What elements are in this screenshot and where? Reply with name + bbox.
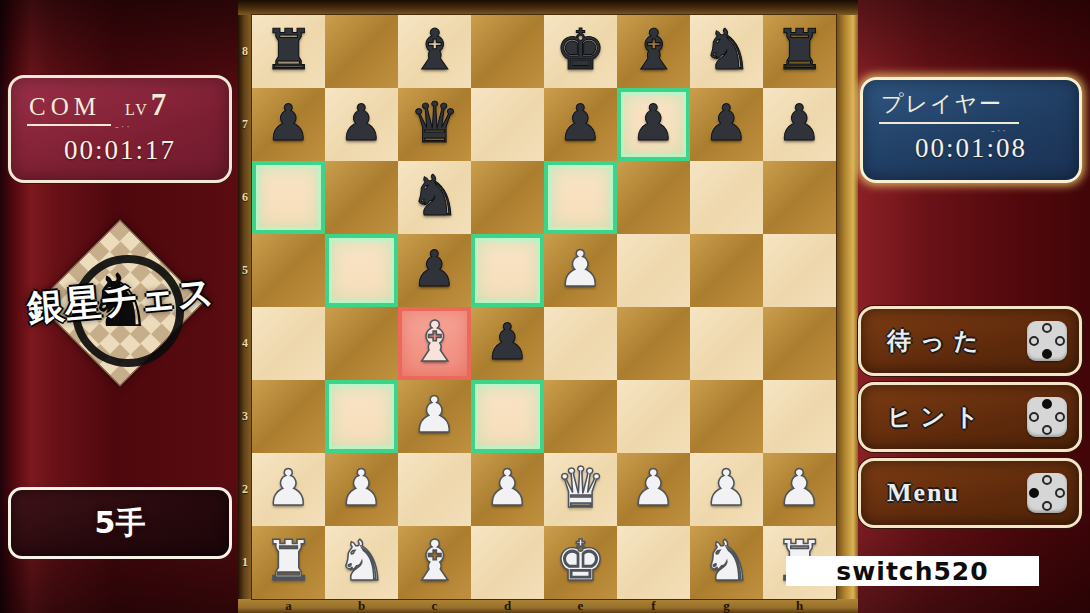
player-clock-panel: プレイヤー -·· 00:01:08 — [860, 77, 1082, 183]
rank-label-2: 2 — [238, 453, 252, 526]
square-a1[interactable]: ♜ — [252, 526, 325, 599]
hint-button-label: ヒント — [887, 401, 1027, 433]
square-a6[interactable] — [252, 161, 325, 234]
square-f4[interactable] — [617, 307, 690, 380]
square-e1[interactable]: ♚ — [544, 526, 617, 599]
square-c4[interactable]: ♝ — [398, 307, 471, 380]
piece-white-pawn: ♟ — [412, 390, 457, 440]
piece-black-bishop: ♝ — [409, 22, 459, 78]
square-h7[interactable]: ♟ — [763, 88, 836, 161]
piece-white-pawn: ♟ — [339, 463, 384, 513]
square-e2[interactable]: ♛ — [544, 453, 617, 526]
file-label-c: c — [398, 598, 471, 613]
square-c5[interactable]: ♟ — [398, 234, 471, 307]
square-d1[interactable] — [471, 526, 544, 599]
piece-black-pawn: ♟ — [631, 98, 676, 148]
square-f1[interactable] — [617, 526, 690, 599]
piece-black-bishop: ♝ — [628, 22, 678, 78]
square-b1[interactable]: ♞ — [325, 526, 398, 599]
board-grid[interactable]: ♜♝♚♝♞♜♟♟♛♟♟♟♟♞♟♟♝♟♟♟♟♟♛♟♟♟♜♞♝♚♞♜ — [252, 15, 836, 599]
menu-button-label: Menu — [887, 478, 1027, 508]
piece-white-pawn: ♟ — [777, 463, 822, 513]
file-labels: abcdefgh — [252, 598, 836, 613]
piece-white-pawn: ♟ — [266, 463, 311, 513]
square-d7[interactable] — [471, 88, 544, 161]
player-name: プレイヤー — [879, 89, 1019, 124]
piece-black-king: ♚ — [555, 22, 605, 78]
square-d3[interactable] — [471, 380, 544, 453]
piece-white-king: ♚ — [555, 533, 605, 589]
square-f8[interactable]: ♝ — [617, 15, 690, 88]
square-g3[interactable] — [690, 380, 763, 453]
file-label-d: d — [471, 598, 544, 613]
square-a4[interactable] — [252, 307, 325, 380]
square-a8[interactable]: ♜ — [252, 15, 325, 88]
piece-white-bishop: ♝ — [409, 533, 459, 589]
square-h8[interactable]: ♜ — [763, 15, 836, 88]
menu-button[interactable]: Menu — [858, 458, 1082, 528]
com-time: 00:01:17 — [27, 135, 213, 166]
com-clock-panel: COM LV 7 -·· 00:01:17 — [8, 75, 232, 183]
com-name: COM — [27, 93, 111, 126]
logo-title: 銀星チェス — [4, 266, 237, 336]
rank-label-8: 8 — [238, 15, 252, 88]
square-e8[interactable]: ♚ — [544, 15, 617, 88]
square-c2[interactable] — [398, 453, 471, 526]
piece-white-pawn: ♟ — [704, 463, 749, 513]
hint-button[interactable]: ヒント — [858, 382, 1082, 452]
square-h5[interactable] — [763, 234, 836, 307]
square-d6[interactable] — [471, 161, 544, 234]
square-c3[interactable]: ♟ — [398, 380, 471, 453]
square-h4[interactable] — [763, 307, 836, 380]
piece-white-pawn: ♟ — [558, 244, 603, 294]
rank-label-4: 4 — [238, 307, 252, 380]
square-c8[interactable]: ♝ — [398, 15, 471, 88]
piece-white-pawn: ♟ — [485, 463, 530, 513]
square-a3[interactable] — [252, 380, 325, 453]
square-e3[interactable] — [544, 380, 617, 453]
piece-black-pawn: ♟ — [558, 98, 603, 148]
square-g2[interactable]: ♟ — [690, 453, 763, 526]
com-underline-marks: -·· — [115, 120, 132, 132]
square-b8[interactable] — [325, 15, 398, 88]
move-counter-text: 5手 — [95, 503, 146, 544]
piece-white-rook: ♜ — [263, 533, 313, 589]
piece-white-pawn: ♟ — [631, 463, 676, 513]
square-d4[interactable]: ♟ — [471, 307, 544, 380]
square-a7[interactable]: ♟ — [252, 88, 325, 161]
square-e4[interactable] — [544, 307, 617, 380]
square-f7[interactable]: ♟ — [617, 88, 690, 161]
board-frame-top — [238, 0, 858, 15]
square-d5[interactable] — [471, 234, 544, 307]
square-g7[interactable]: ♟ — [690, 88, 763, 161]
square-e6[interactable] — [544, 161, 617, 234]
square-c1[interactable]: ♝ — [398, 526, 471, 599]
square-g5[interactable] — [690, 234, 763, 307]
square-d8[interactable] — [471, 15, 544, 88]
rank-label-3: 3 — [238, 380, 252, 453]
piece-black-knight: ♞ — [701, 22, 751, 78]
board-frame-right — [836, 0, 858, 613]
y-button-icon — [1027, 473, 1067, 513]
file-label-e: e — [544, 598, 617, 613]
game-screen: 87654321 abcdefgh ♜♝♚♝♞♜♟♟♛♟♟♟♟♞♟♟♝♟♟♟♟♟… — [0, 0, 1090, 613]
file-label-h: h — [763, 598, 836, 613]
piece-white-bishop: ♝ — [409, 314, 459, 370]
watermark-text: switch520 — [836, 557, 988, 586]
square-b3[interactable] — [325, 380, 398, 453]
square-a5[interactable] — [252, 234, 325, 307]
player-underline-marks: -·· — [991, 124, 1008, 136]
piece-white-knight: ♞ — [701, 533, 751, 589]
square-f2[interactable]: ♟ — [617, 453, 690, 526]
takeback-button[interactable]: 待った — [858, 306, 1082, 376]
square-b7[interactable]: ♟ — [325, 88, 398, 161]
com-level-label: LV — [125, 101, 149, 119]
piece-black-pawn: ♟ — [704, 98, 749, 148]
square-f6[interactable] — [617, 161, 690, 234]
rank-labels: 87654321 — [238, 15, 252, 599]
file-label-g: g — [690, 598, 763, 613]
rank-label-5: 5 — [238, 234, 252, 307]
piece-black-pawn: ♟ — [777, 98, 822, 148]
square-f5[interactable] — [617, 234, 690, 307]
com-level-value: 7 — [151, 87, 167, 123]
square-g4[interactable] — [690, 307, 763, 380]
square-g8[interactable]: ♞ — [690, 15, 763, 88]
takeback-button-label: 待った — [887, 325, 1027, 357]
game-logo: ♞ 銀星チェス — [10, 218, 230, 388]
rank-label-1: 1 — [238, 526, 252, 599]
square-g6[interactable] — [690, 161, 763, 234]
piece-black-knight: ♞ — [409, 168, 459, 224]
piece-black-pawn: ♟ — [339, 98, 384, 148]
piece-black-rook: ♜ — [263, 22, 313, 78]
piece-black-pawn: ♟ — [485, 317, 530, 367]
square-c7[interactable]: ♛ — [398, 88, 471, 161]
square-h3[interactable] — [763, 380, 836, 453]
file-label-a: a — [252, 598, 325, 613]
square-e7[interactable]: ♟ — [544, 88, 617, 161]
piece-black-queen: ♛ — [409, 95, 459, 151]
piece-white-queen: ♛ — [555, 460, 605, 516]
player-time: 00:01:08 — [879, 133, 1063, 164]
square-b2[interactable]: ♟ — [325, 453, 398, 526]
square-c6[interactable]: ♞ — [398, 161, 471, 234]
b-button-icon — [1027, 321, 1067, 361]
square-h6[interactable] — [763, 161, 836, 234]
square-h2[interactable]: ♟ — [763, 453, 836, 526]
square-g1[interactable]: ♞ — [690, 526, 763, 599]
square-b6[interactable] — [325, 161, 398, 234]
piece-white-knight: ♞ — [336, 533, 386, 589]
rank-label-7: 7 — [238, 88, 252, 161]
square-b5[interactable] — [325, 234, 398, 307]
square-a2[interactable]: ♟ — [252, 453, 325, 526]
square-b4[interactable] — [325, 307, 398, 380]
x-button-icon — [1027, 397, 1067, 437]
square-e5[interactable]: ♟ — [544, 234, 617, 307]
piece-black-pawn: ♟ — [412, 244, 457, 294]
move-counter-panel: 5手 — [8, 487, 232, 559]
piece-black-pawn: ♟ — [266, 98, 311, 148]
file-label-b: b — [325, 598, 398, 613]
watermark: switch520 — [786, 556, 1039, 586]
file-label-f: f — [617, 598, 690, 613]
piece-black-rook: ♜ — [774, 22, 824, 78]
square-d2[interactable]: ♟ — [471, 453, 544, 526]
rank-label-6: 6 — [238, 161, 252, 234]
square-f3[interactable] — [617, 380, 690, 453]
